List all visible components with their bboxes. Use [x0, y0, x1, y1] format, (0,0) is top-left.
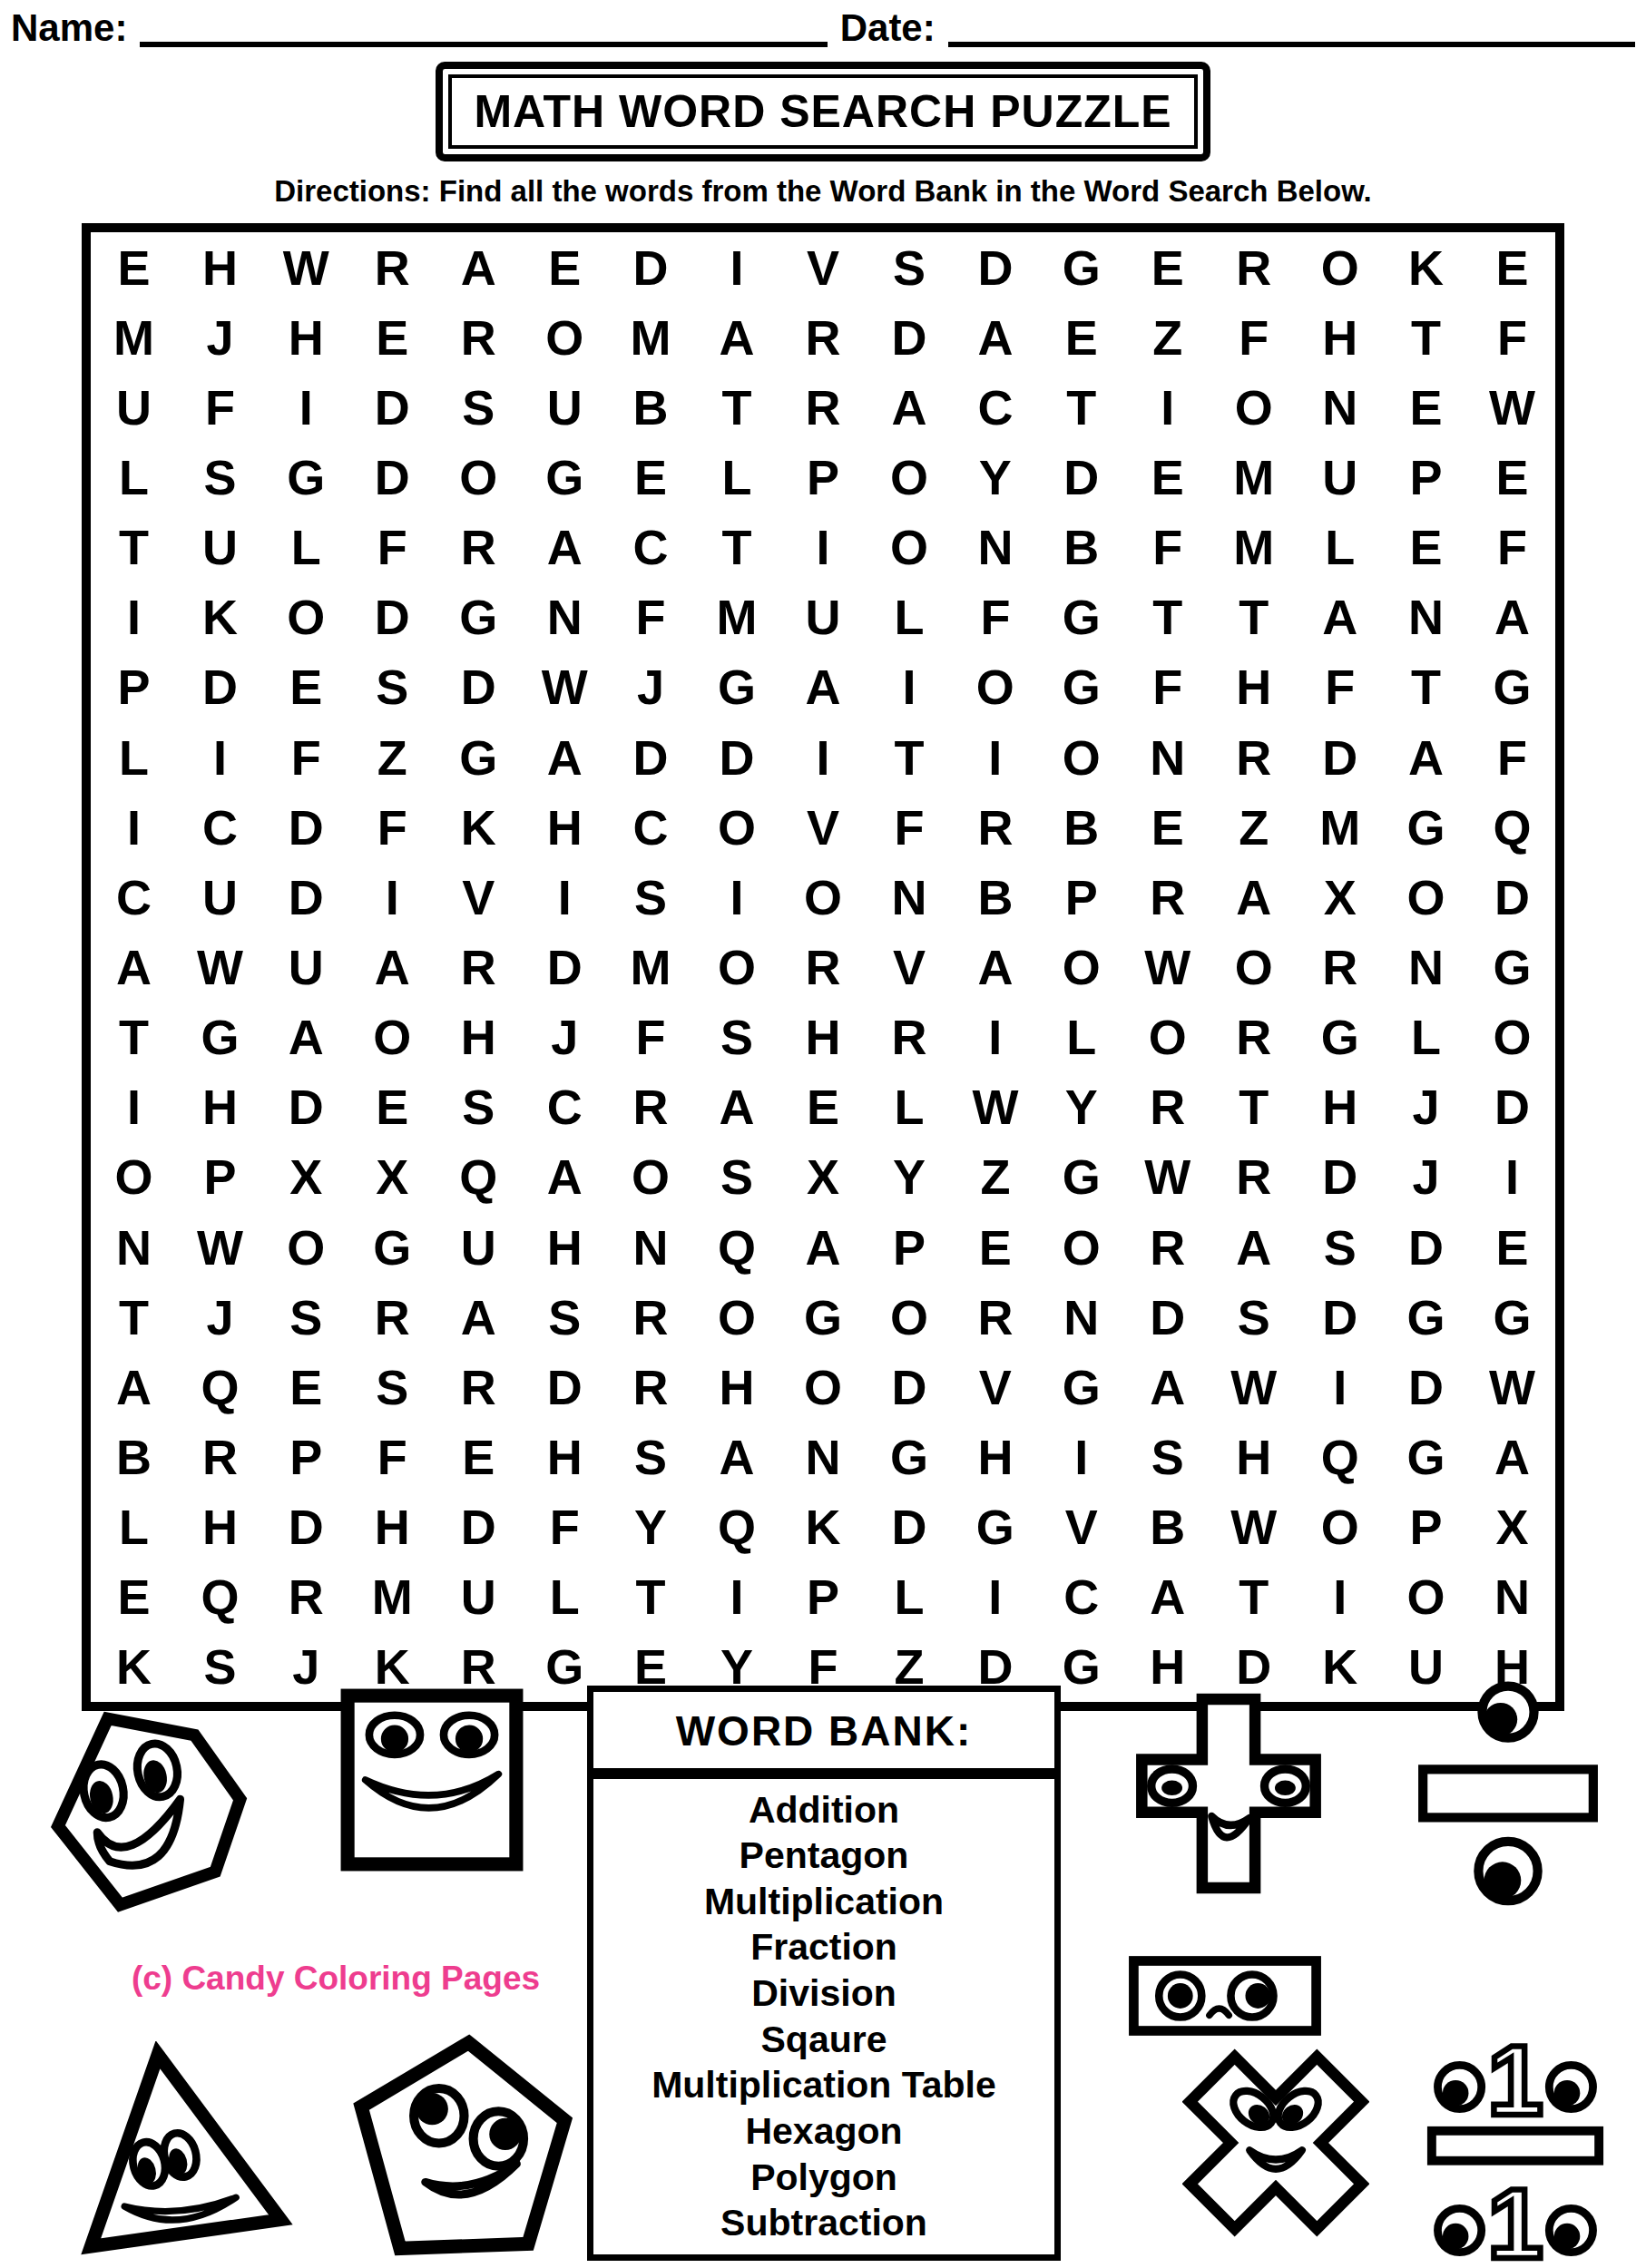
- date-input-line[interactable]: [948, 11, 1635, 47]
- grid-cell[interactable]: A: [1124, 1562, 1210, 1632]
- grid-cell[interactable]: D: [436, 1492, 522, 1562]
- grid-cell[interactable]: D: [952, 232, 1038, 302]
- grid-cell[interactable]: N: [780, 1422, 867, 1491]
- grid-cell[interactable]: R: [608, 1282, 694, 1352]
- grid-cell[interactable]: E: [1469, 1212, 1555, 1282]
- grid-cell[interactable]: X: [263, 1142, 349, 1212]
- grid-cell[interactable]: R: [608, 1072, 694, 1142]
- grid-cell[interactable]: U: [436, 1212, 522, 1282]
- grid-cell[interactable]: S: [694, 1002, 780, 1072]
- grid-cell[interactable]: I: [1124, 372, 1210, 442]
- grid-cell[interactable]: K: [780, 1492, 867, 1562]
- grid-cell[interactable]: W: [263, 232, 349, 302]
- grid-cell[interactable]: T: [1210, 582, 1297, 652]
- grid-cell[interactable]: A: [1469, 582, 1555, 652]
- grid-cell[interactable]: C: [608, 792, 694, 862]
- grid-cell[interactable]: T: [694, 513, 780, 582]
- grid-cell[interactable]: L: [91, 1492, 177, 1562]
- grid-cell[interactable]: M: [608, 302, 694, 372]
- grid-cell[interactable]: T: [694, 372, 780, 442]
- grid-cell[interactable]: G: [522, 442, 608, 512]
- grid-cell[interactable]: G: [694, 652, 780, 722]
- grid-cell[interactable]: G: [436, 722, 522, 792]
- grid-cell[interactable]: I: [91, 792, 177, 862]
- grid-cell[interactable]: E: [263, 1352, 349, 1422]
- grid-cell[interactable]: F: [349, 513, 436, 582]
- grid-cell[interactable]: D: [866, 1492, 952, 1562]
- grid-cell[interactable]: D: [1297, 1142, 1383, 1212]
- grid-cell[interactable]: S: [436, 1072, 522, 1142]
- grid-cell[interactable]: T: [1210, 1072, 1297, 1142]
- grid-cell[interactable]: S: [177, 442, 263, 512]
- grid-cell[interactable]: O: [263, 1212, 349, 1282]
- grid-cell[interactable]: R: [1124, 862, 1210, 932]
- grid-cell[interactable]: G: [1469, 1282, 1555, 1352]
- grid-cell[interactable]: Y: [952, 442, 1038, 512]
- grid-cell[interactable]: G: [436, 582, 522, 652]
- grid-cell[interactable]: I: [780, 722, 867, 792]
- grid-cell[interactable]: B: [1038, 513, 1124, 582]
- grid-cell[interactable]: R: [177, 1422, 263, 1491]
- grid-cell[interactable]: J: [522, 1002, 608, 1072]
- grid-cell[interactable]: U: [177, 862, 263, 932]
- grid-cell[interactable]: O: [263, 582, 349, 652]
- grid-cell[interactable]: D: [1038, 442, 1124, 512]
- grid-cell[interactable]: A: [436, 232, 522, 302]
- grid-cell[interactable]: U: [436, 1562, 522, 1632]
- grid-cell[interactable]: E: [1469, 232, 1555, 302]
- grid-cell[interactable]: J: [1383, 1142, 1469, 1212]
- grid-cell[interactable]: F: [263, 722, 349, 792]
- grid-cell[interactable]: I: [177, 722, 263, 792]
- grid-cell[interactable]: G: [1383, 1422, 1469, 1491]
- grid-cell[interactable]: S: [608, 862, 694, 932]
- grid-cell[interactable]: O: [694, 932, 780, 1002]
- grid-cell[interactable]: O: [866, 442, 952, 512]
- grid-cell[interactable]: N: [1297, 372, 1383, 442]
- grid-cell[interactable]: O: [436, 442, 522, 512]
- grid-cell[interactable]: L: [866, 1562, 952, 1632]
- grid-cell[interactable]: R: [1210, 722, 1297, 792]
- grid-cell[interactable]: I: [694, 862, 780, 932]
- grid-cell[interactable]: A: [1210, 1212, 1297, 1282]
- grid-cell[interactable]: I: [952, 1002, 1038, 1072]
- grid-cell[interactable]: P: [866, 1212, 952, 1282]
- grid-cell[interactable]: R: [263, 1562, 349, 1632]
- grid-cell[interactable]: G: [1038, 1142, 1124, 1212]
- grid-cell[interactable]: W: [1210, 1352, 1297, 1422]
- grid-cell[interactable]: V: [866, 932, 952, 1002]
- grid-cell[interactable]: S: [1297, 1212, 1383, 1282]
- grid-cell[interactable]: A: [694, 302, 780, 372]
- grid-cell[interactable]: O: [780, 1352, 867, 1422]
- grid-cell[interactable]: Y: [866, 1142, 952, 1212]
- grid-cell[interactable]: G: [780, 1282, 867, 1352]
- grid-cell[interactable]: A: [1124, 1352, 1210, 1422]
- grid-cell[interactable]: H: [1297, 1072, 1383, 1142]
- grid-cell[interactable]: F: [349, 792, 436, 862]
- grid-cell[interactable]: I: [1297, 1352, 1383, 1422]
- grid-cell[interactable]: D: [522, 932, 608, 1002]
- grid-cell[interactable]: H: [349, 1492, 436, 1562]
- grid-cell[interactable]: M: [91, 302, 177, 372]
- grid-cell[interactable]: O: [694, 792, 780, 862]
- grid-cell[interactable]: Q: [694, 1212, 780, 1282]
- grid-cell[interactable]: D: [522, 1352, 608, 1422]
- grid-cell[interactable]: D: [177, 652, 263, 722]
- grid-cell[interactable]: E: [1124, 792, 1210, 862]
- grid-cell[interactable]: G: [349, 1212, 436, 1282]
- grid-cell[interactable]: E: [1383, 513, 1469, 582]
- grid-cell[interactable]: I: [1469, 1142, 1555, 1212]
- grid-cell[interactable]: T: [1383, 302, 1469, 372]
- grid-cell[interactable]: T: [1383, 652, 1469, 722]
- grid-cell[interactable]: N: [522, 582, 608, 652]
- grid-cell[interactable]: P: [91, 652, 177, 722]
- grid-cell[interactable]: F: [177, 372, 263, 442]
- grid-cell[interactable]: X: [780, 1142, 867, 1212]
- grid-cell[interactable]: L: [1038, 1002, 1124, 1072]
- grid-cell[interactable]: F: [1297, 652, 1383, 722]
- grid-cell[interactable]: S: [1124, 1422, 1210, 1491]
- grid-cell[interactable]: T: [1124, 582, 1210, 652]
- grid-cell[interactable]: D: [1383, 1352, 1469, 1422]
- grid-cell[interactable]: E: [349, 302, 436, 372]
- grid-cell[interactable]: H: [694, 1352, 780, 1422]
- grid-cell[interactable]: V: [1038, 1492, 1124, 1562]
- grid-cell[interactable]: Z: [1124, 302, 1210, 372]
- grid-cell[interactable]: F: [1469, 722, 1555, 792]
- grid-cell[interactable]: A: [952, 302, 1038, 372]
- grid-cell[interactable]: F: [1124, 652, 1210, 722]
- grid-cell[interactable]: P: [263, 1422, 349, 1491]
- grid-cell[interactable]: R: [866, 1002, 952, 1072]
- grid-cell[interactable]: P: [1383, 442, 1469, 512]
- grid-cell[interactable]: L: [694, 442, 780, 512]
- grid-cell[interactable]: R: [780, 302, 867, 372]
- grid-cell[interactable]: D: [1297, 722, 1383, 792]
- grid-cell[interactable]: R: [436, 932, 522, 1002]
- grid-cell[interactable]: H: [177, 232, 263, 302]
- grid-cell[interactable]: S: [608, 1422, 694, 1491]
- grid-cell[interactable]: O: [522, 302, 608, 372]
- grid-cell[interactable]: Q: [1297, 1422, 1383, 1491]
- grid-cell[interactable]: D: [866, 1352, 952, 1422]
- grid-cell[interactable]: A: [866, 372, 952, 442]
- grid-cell[interactable]: K: [1383, 232, 1469, 302]
- grid-cell[interactable]: G: [1469, 652, 1555, 722]
- grid-cell[interactable]: R: [1210, 232, 1297, 302]
- grid-cell[interactable]: R: [349, 1282, 436, 1352]
- grid-cell[interactable]: N: [1383, 932, 1469, 1002]
- grid-cell[interactable]: P: [1383, 1492, 1469, 1562]
- grid-cell[interactable]: I: [263, 372, 349, 442]
- grid-cell[interactable]: I: [1297, 1562, 1383, 1632]
- grid-cell[interactable]: R: [952, 1282, 1038, 1352]
- grid-cell[interactable]: E: [91, 1562, 177, 1632]
- grid-cell[interactable]: E: [263, 652, 349, 722]
- grid-cell[interactable]: U: [1297, 442, 1383, 512]
- grid-cell[interactable]: X: [1469, 1492, 1555, 1562]
- grid-cell[interactable]: U: [522, 372, 608, 442]
- grid-cell[interactable]: X: [1297, 862, 1383, 932]
- grid-cell[interactable]: W: [1469, 1352, 1555, 1422]
- grid-cell[interactable]: E: [91, 232, 177, 302]
- grid-cell[interactable]: O: [1297, 1492, 1383, 1562]
- grid-cell[interactable]: R: [436, 1352, 522, 1422]
- grid-cell[interactable]: H: [952, 1422, 1038, 1491]
- grid-cell[interactable]: D: [263, 1072, 349, 1142]
- grid-cell[interactable]: A: [1210, 862, 1297, 932]
- grid-cell[interactable]: U: [780, 582, 867, 652]
- grid-cell[interactable]: D: [263, 1492, 349, 1562]
- grid-cell[interactable]: I: [952, 722, 1038, 792]
- grid-cell[interactable]: A: [522, 513, 608, 582]
- grid-cell[interactable]: V: [780, 792, 867, 862]
- grid-cell[interactable]: I: [952, 1562, 1038, 1632]
- grid-cell[interactable]: O: [349, 1002, 436, 1072]
- grid-cell[interactable]: H: [1297, 302, 1383, 372]
- grid-cell[interactable]: H: [263, 302, 349, 372]
- grid-cell[interactable]: A: [91, 1352, 177, 1422]
- grid-cell[interactable]: I: [91, 582, 177, 652]
- grid-cell[interactable]: O: [1210, 932, 1297, 1002]
- grid-cell[interactable]: O: [780, 862, 867, 932]
- grid-cell[interactable]: M: [349, 1562, 436, 1632]
- grid-cell[interactable]: R: [952, 792, 1038, 862]
- grid-cell[interactable]: E: [608, 442, 694, 512]
- grid-cell[interactable]: S: [436, 372, 522, 442]
- grid-cell[interactable]: I: [522, 862, 608, 932]
- grid-cell[interactable]: W: [952, 1072, 1038, 1142]
- grid-cell[interactable]: C: [177, 792, 263, 862]
- grid-cell[interactable]: L: [866, 582, 952, 652]
- grid-cell[interactable]: H: [436, 1002, 522, 1072]
- grid-cell[interactable]: G: [1038, 652, 1124, 722]
- grid-cell[interactable]: W: [1124, 932, 1210, 1002]
- grid-cell[interactable]: U: [263, 932, 349, 1002]
- grid-cell[interactable]: B: [952, 862, 1038, 932]
- grid-cell[interactable]: S: [263, 1282, 349, 1352]
- grid-cell[interactable]: C: [608, 513, 694, 582]
- grid-cell[interactable]: C: [952, 372, 1038, 442]
- grid-cell[interactable]: A: [780, 652, 867, 722]
- grid-cell[interactable]: B: [1038, 792, 1124, 862]
- grid-cell[interactable]: Y: [1038, 1072, 1124, 1142]
- grid-cell[interactable]: G: [1297, 1002, 1383, 1072]
- grid-cell[interactable]: O: [694, 1282, 780, 1352]
- grid-cell[interactable]: D: [349, 442, 436, 512]
- grid-cell[interactable]: G: [177, 1002, 263, 1072]
- grid-cell[interactable]: F: [1469, 302, 1555, 372]
- grid-cell[interactable]: A: [1469, 1422, 1555, 1491]
- grid-cell[interactable]: L: [522, 1562, 608, 1632]
- grid-cell[interactable]: W: [1469, 372, 1555, 442]
- grid-cell[interactable]: I: [694, 232, 780, 302]
- grid-cell[interactable]: I: [694, 1562, 780, 1632]
- grid-cell[interactable]: H: [1210, 1422, 1297, 1491]
- grid-cell[interactable]: S: [694, 1142, 780, 1212]
- grid-cell[interactable]: E: [522, 232, 608, 302]
- grid-cell[interactable]: M: [1297, 792, 1383, 862]
- grid-cell[interactable]: O: [1038, 1212, 1124, 1282]
- grid-cell[interactable]: W: [177, 932, 263, 1002]
- grid-cell[interactable]: D: [349, 582, 436, 652]
- grid-cell[interactable]: U: [91, 372, 177, 442]
- grid-cell[interactable]: T: [91, 1002, 177, 1072]
- grid-cell[interactable]: A: [952, 932, 1038, 1002]
- grid-cell[interactable]: A: [694, 1072, 780, 1142]
- grid-cell[interactable]: A: [522, 1142, 608, 1212]
- grid-cell[interactable]: Y: [608, 1492, 694, 1562]
- grid-cell[interactable]: A: [1383, 722, 1469, 792]
- grid-cell[interactable]: Q: [177, 1562, 263, 1632]
- grid-cell[interactable]: P: [177, 1142, 263, 1212]
- grid-cell[interactable]: P: [1038, 862, 1124, 932]
- grid-cell[interactable]: V: [952, 1352, 1038, 1422]
- grid-cell[interactable]: T: [1038, 372, 1124, 442]
- grid-cell[interactable]: O: [1383, 1562, 1469, 1632]
- grid-cell[interactable]: A: [436, 1282, 522, 1352]
- grid-cell[interactable]: D: [263, 792, 349, 862]
- grid-cell[interactable]: H: [780, 1002, 867, 1072]
- grid-cell[interactable]: Z: [1210, 792, 1297, 862]
- grid-cell[interactable]: O: [866, 1282, 952, 1352]
- grid-cell[interactable]: F: [608, 1002, 694, 1072]
- grid-cell[interactable]: N: [952, 513, 1038, 582]
- grid-cell[interactable]: R: [1124, 1072, 1210, 1142]
- grid-cell[interactable]: D: [866, 302, 952, 372]
- grid-cell[interactable]: G: [1383, 1282, 1469, 1352]
- grid-cell[interactable]: X: [349, 1142, 436, 1212]
- grid-cell[interactable]: D: [694, 722, 780, 792]
- grid-cell[interactable]: G: [866, 1422, 952, 1491]
- grid-cell[interactable]: H: [177, 1072, 263, 1142]
- name-input-line[interactable]: [140, 11, 827, 47]
- grid-cell[interactable]: I: [91, 1072, 177, 1142]
- grid-cell[interactable]: E: [1469, 442, 1555, 512]
- word-search-grid[interactable]: EHWRAEDIVSDGEROKEMJHEROMARDAEZFHTFUFIDSU…: [82, 223, 1564, 1711]
- grid-cell[interactable]: Q: [1469, 792, 1555, 862]
- grid-cell[interactable]: J: [177, 302, 263, 372]
- grid-cell[interactable]: Z: [349, 722, 436, 792]
- grid-cell[interactable]: S: [349, 1352, 436, 1422]
- grid-cell[interactable]: R: [780, 932, 867, 1002]
- grid-cell[interactable]: G: [1038, 1352, 1124, 1422]
- grid-cell[interactable]: O: [1297, 232, 1383, 302]
- grid-cell[interactable]: I: [349, 862, 436, 932]
- grid-cell[interactable]: L: [1297, 513, 1383, 582]
- grid-cell[interactable]: E: [436, 1422, 522, 1491]
- grid-cell[interactable]: P: [780, 442, 867, 512]
- grid-cell[interactable]: W: [522, 652, 608, 722]
- grid-cell[interactable]: E: [1124, 442, 1210, 512]
- grid-cell[interactable]: R: [780, 372, 867, 442]
- grid-cell[interactable]: N: [1038, 1282, 1124, 1352]
- grid-cell[interactable]: D: [1469, 862, 1555, 932]
- grid-cell[interactable]: S: [349, 652, 436, 722]
- grid-cell[interactable]: F: [349, 1422, 436, 1491]
- grid-cell[interactable]: L: [1383, 1002, 1469, 1072]
- grid-cell[interactable]: R: [608, 1352, 694, 1422]
- grid-cell[interactable]: C: [91, 862, 177, 932]
- grid-cell[interactable]: S: [1210, 1282, 1297, 1352]
- grid-cell[interactable]: A: [694, 1422, 780, 1491]
- grid-cell[interactable]: H: [177, 1492, 263, 1562]
- grid-cell[interactable]: R: [436, 513, 522, 582]
- grid-cell[interactable]: J: [1383, 1072, 1469, 1142]
- grid-cell[interactable]: G: [952, 1492, 1038, 1562]
- grid-cell[interactable]: L: [91, 442, 177, 512]
- grid-cell[interactable]: G: [1038, 582, 1124, 652]
- grid-cell[interactable]: F: [866, 792, 952, 862]
- grid-cell[interactable]: K: [436, 792, 522, 862]
- grid-cell[interactable]: D: [1469, 1072, 1555, 1142]
- grid-cell[interactable]: B: [1124, 1492, 1210, 1562]
- grid-cell[interactable]: T: [1210, 1562, 1297, 1632]
- grid-cell[interactable]: M: [1210, 442, 1297, 512]
- grid-cell[interactable]: F: [1469, 513, 1555, 582]
- grid-cell[interactable]: N: [608, 1212, 694, 1282]
- grid-cell[interactable]: R: [436, 302, 522, 372]
- grid-cell[interactable]: A: [522, 722, 608, 792]
- grid-cell[interactable]: C: [522, 1072, 608, 1142]
- grid-cell[interactable]: G: [1469, 932, 1555, 1002]
- grid-cell[interactable]: S: [522, 1282, 608, 1352]
- grid-cell[interactable]: I: [866, 652, 952, 722]
- grid-cell[interactable]: E: [1038, 302, 1124, 372]
- grid-cell[interactable]: R: [1124, 1212, 1210, 1282]
- grid-cell[interactable]: C: [1038, 1562, 1124, 1632]
- grid-cell[interactable]: O: [1210, 372, 1297, 442]
- grid-cell[interactable]: T: [91, 513, 177, 582]
- grid-cell[interactable]: W: [1124, 1142, 1210, 1212]
- grid-cell[interactable]: F: [1210, 302, 1297, 372]
- grid-cell[interactable]: G: [1038, 232, 1124, 302]
- grid-cell[interactable]: R: [1210, 1142, 1297, 1212]
- grid-cell[interactable]: W: [177, 1212, 263, 1282]
- grid-cell[interactable]: O: [1038, 722, 1124, 792]
- grid-cell[interactable]: N: [1124, 722, 1210, 792]
- grid-cell[interactable]: H: [522, 1422, 608, 1491]
- grid-cell[interactable]: Q: [436, 1142, 522, 1212]
- grid-cell[interactable]: S: [866, 232, 952, 302]
- grid-cell[interactable]: M: [608, 932, 694, 1002]
- grid-cell[interactable]: E: [780, 1072, 867, 1142]
- grid-cell[interactable]: J: [177, 1282, 263, 1352]
- grid-cell[interactable]: D: [263, 862, 349, 932]
- grid-cell[interactable]: D: [349, 372, 436, 442]
- grid-cell[interactable]: D: [608, 232, 694, 302]
- grid-cell[interactable]: V: [780, 232, 867, 302]
- grid-cell[interactable]: I: [780, 513, 867, 582]
- grid-cell[interactable]: A: [1297, 582, 1383, 652]
- grid-cell[interactable]: D: [436, 652, 522, 722]
- grid-cell[interactable]: O: [1469, 1002, 1555, 1072]
- grid-cell[interactable]: N: [1469, 1562, 1555, 1632]
- grid-cell[interactable]: R: [1297, 932, 1383, 1002]
- grid-cell[interactable]: P: [780, 1562, 867, 1632]
- grid-cell[interactable]: Z: [952, 1142, 1038, 1212]
- grid-cell[interactable]: T: [91, 1282, 177, 1352]
- grid-cell[interactable]: H: [522, 792, 608, 862]
- grid-cell[interactable]: A: [780, 1212, 867, 1282]
- grid-cell[interactable]: J: [608, 652, 694, 722]
- grid-cell[interactable]: A: [91, 932, 177, 1002]
- grid-cell[interactable]: F: [952, 582, 1038, 652]
- grid-cell[interactable]: A: [263, 1002, 349, 1072]
- grid-cell[interactable]: O: [866, 513, 952, 582]
